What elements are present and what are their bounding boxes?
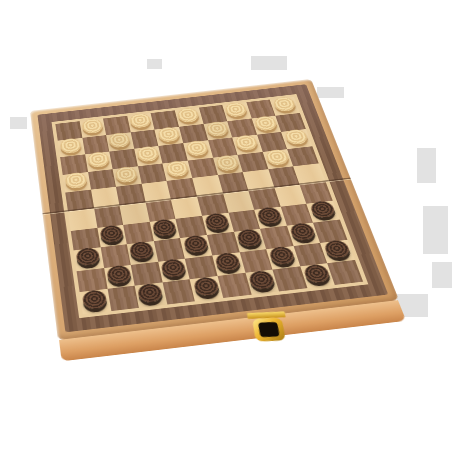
draughts-board — [30, 79, 399, 340]
cream-man[interactable] — [185, 140, 209, 157]
background-artifact — [417, 148, 436, 183]
cream-man[interactable] — [205, 121, 229, 137]
brown-man[interactable] — [289, 222, 317, 241]
square-r2c3[interactable] — [106, 132, 134, 152]
brown-man[interactable] — [192, 276, 220, 297]
brown-man[interactable] — [247, 270, 275, 291]
cream-man[interactable] — [272, 97, 297, 113]
cream-man[interactable] — [165, 160, 190, 177]
square-r2c2[interactable] — [82, 135, 109, 155]
cream-man[interactable] — [60, 137, 83, 153]
cream-man[interactable] — [87, 151, 110, 168]
cream-man[interactable] — [65, 172, 88, 189]
cream-man[interactable] — [234, 135, 259, 152]
brass-clasp — [247, 311, 291, 343]
background-artifact — [317, 87, 344, 98]
clasp-ring-hole — [258, 322, 280, 337]
brown-man[interactable] — [152, 218, 178, 237]
brown-man[interactable] — [106, 265, 132, 285]
background-artifact — [147, 59, 162, 69]
background-artifact — [423, 206, 448, 254]
square-r2c8[interactable] — [227, 118, 257, 137]
brown-man[interactable] — [309, 200, 337, 219]
brown-man[interactable] — [160, 258, 187, 278]
cream-man[interactable] — [177, 107, 201, 123]
cream-man[interactable] — [115, 166, 139, 183]
square-r1c9[interactable] — [246, 99, 275, 118]
square-r9c1[interactable] — [77, 268, 108, 292]
square-r6c7[interactable] — [223, 191, 254, 213]
brown-man[interactable] — [322, 239, 351, 259]
brown-man[interactable] — [82, 289, 108, 310]
brown-man[interactable] — [268, 246, 296, 266]
brown-man[interactable] — [76, 247, 101, 267]
brown-man[interactable] — [129, 241, 155, 261]
clasp-ring — [252, 317, 286, 341]
background-artifact — [10, 117, 27, 129]
brown-man[interactable] — [214, 252, 241, 272]
background-artifact — [251, 56, 287, 70]
cream-man[interactable] — [157, 126, 181, 142]
product-photo-stage — [0, 0, 452, 452]
brown-man[interactable] — [204, 212, 230, 231]
square-r4c7[interactable] — [213, 155, 243, 176]
square-r10c3[interactable] — [135, 283, 167, 308]
square-r4c3[interactable] — [113, 166, 142, 187]
brown-man[interactable] — [137, 282, 164, 303]
cream-man[interactable] — [264, 149, 290, 166]
cream-man[interactable] — [136, 146, 160, 163]
cream-man[interactable] — [253, 115, 278, 131]
square-r10c1[interactable] — [80, 289, 111, 314]
cream-man[interactable] — [108, 132, 131, 148]
cream-man[interactable] — [283, 129, 309, 145]
brown-man[interactable] — [99, 224, 124, 243]
square-r6c4[interactable] — [145, 200, 175, 222]
square-r3c1[interactable] — [60, 155, 88, 175]
cream-man[interactable] — [129, 113, 152, 129]
brown-man[interactable] — [236, 229, 263, 248]
brown-man[interactable] — [302, 263, 331, 284]
square-r10c2[interactable] — [107, 286, 139, 311]
brown-man[interactable] — [256, 206, 283, 225]
square-r8c2[interactable] — [100, 244, 131, 268]
cream-man[interactable] — [224, 102, 248, 118]
cream-man[interactable] — [215, 155, 240, 172]
square-r8c3[interactable] — [127, 241, 158, 265]
cream-man[interactable] — [81, 118, 103, 134]
brown-man[interactable] — [182, 235, 209, 254]
background-artifact — [432, 262, 452, 288]
